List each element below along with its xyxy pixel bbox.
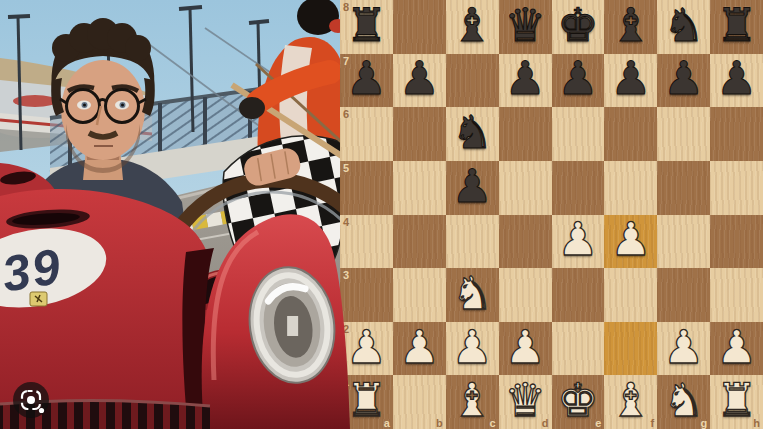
white-king: ♚ — [557, 377, 598, 423]
square-e4[interactable]: ♟ — [552, 215, 605, 269]
white-rook: ♜ — [346, 377, 387, 423]
square-c5[interactable]: ♟ — [446, 161, 499, 215]
white-knight: ♞ — [452, 270, 493, 316]
white-pawn: ♟ — [663, 324, 704, 370]
square-d2[interactable]: ♟ — [499, 322, 552, 376]
square-g7[interactable]: ♟ — [657, 54, 710, 108]
square-f1[interactable]: f♝ — [604, 375, 657, 429]
square-h6[interactable] — [710, 107, 763, 161]
square-d1[interactable]: d♛ — [499, 375, 552, 429]
white-knight: ♞ — [663, 377, 704, 423]
google-lens-icon[interactable] — [13, 382, 49, 418]
thumbnail-stage: 8♜♝♛♚♝♞♜7♟♟♟♟♟♟♟6♞5♟4♟♟3♞2♟♟♟♟♟♟1a♜bc♝d♛… — [0, 0, 763, 429]
square-b3[interactable] — [393, 268, 446, 322]
square-h4[interactable] — [710, 215, 763, 269]
square-b6[interactable] — [393, 107, 446, 161]
square-f7[interactable]: ♟ — [604, 54, 657, 108]
racecar-artwork: ET — [0, 0, 352, 429]
marshal-glove — [239, 97, 265, 119]
black-queen: ♛ — [504, 2, 545, 48]
white-pawn: ♟ — [557, 216, 598, 262]
square-d4[interactable] — [499, 215, 552, 269]
square-h3[interactable] — [710, 268, 763, 322]
square-c3[interactable]: ♞ — [446, 268, 499, 322]
square-h1[interactable]: h♜ — [710, 375, 763, 429]
square-c4[interactable] — [446, 215, 499, 269]
white-queen: ♛ — [504, 377, 545, 423]
square-g4[interactable] — [657, 215, 710, 269]
square-b8[interactable] — [393, 0, 446, 54]
square-g5[interactable] — [657, 161, 710, 215]
black-pawn: ♟ — [504, 55, 545, 101]
square-g1[interactable]: g♞ — [657, 375, 710, 429]
white-pawn: ♟ — [716, 324, 757, 370]
square-f8[interactable]: ♝ — [604, 0, 657, 54]
square-f2[interactable] — [604, 322, 657, 376]
square-g6[interactable] — [657, 107, 710, 161]
square-d7[interactable]: ♟ — [499, 54, 552, 108]
square-h8[interactable]: ♜ — [710, 0, 763, 54]
black-pawn: ♟ — [663, 55, 704, 101]
white-pawn: ♟ — [504, 324, 545, 370]
square-f6[interactable] — [604, 107, 657, 161]
white-pawn: ♟ — [399, 324, 440, 370]
file-label-b: b — [436, 417, 443, 429]
square-e6[interactable] — [552, 107, 605, 161]
black-rook: ♜ — [346, 2, 387, 48]
square-b7[interactable]: ♟ — [393, 54, 446, 108]
white-pawn: ♟ — [452, 324, 493, 370]
square-c1[interactable]: c♝ — [446, 375, 499, 429]
white-pawn: ♟ — [610, 216, 651, 262]
black-pawn: ♟ — [399, 55, 440, 101]
square-d3[interactable] — [499, 268, 552, 322]
square-e3[interactable] — [552, 268, 605, 322]
black-king: ♚ — [557, 2, 598, 48]
black-pawn: ♟ — [452, 163, 493, 209]
square-f3[interactable] — [604, 268, 657, 322]
white-bishop: ♝ — [610, 377, 651, 423]
black-pawn: ♟ — [557, 55, 598, 101]
square-g3[interactable] — [657, 268, 710, 322]
square-e8[interactable]: ♚ — [552, 0, 605, 54]
white-rook: ♜ — [716, 377, 757, 423]
black-bishop: ♝ — [610, 2, 651, 48]
square-d5[interactable] — [499, 161, 552, 215]
white-pawn: ♟ — [346, 324, 387, 370]
black-pawn: ♟ — [716, 55, 757, 101]
black-pawn: ♟ — [346, 55, 387, 101]
square-g8[interactable]: ♞ — [657, 0, 710, 54]
white-bishop: ♝ — [452, 377, 493, 423]
black-rook: ♜ — [716, 2, 757, 48]
black-pawn: ♟ — [610, 55, 651, 101]
square-e5[interactable] — [552, 161, 605, 215]
square-c2[interactable]: ♟ — [446, 322, 499, 376]
chess-board: 8♜♝♛♚♝♞♜7♟♟♟♟♟♟♟6♞5♟4♟♟3♞2♟♟♟♟♟♟1a♜bc♝d♛… — [340, 0, 763, 429]
square-b5[interactable] — [393, 161, 446, 215]
black-bishop: ♝ — [452, 2, 493, 48]
black-knight: ♞ — [452, 109, 493, 155]
square-b4[interactable] — [393, 215, 446, 269]
square-e7[interactable]: ♟ — [552, 54, 605, 108]
square-f4[interactable]: ♟ — [604, 215, 657, 269]
square-c8[interactable]: ♝ — [446, 0, 499, 54]
square-d6[interactable] — [499, 107, 552, 161]
square-e2[interactable] — [552, 322, 605, 376]
square-f5[interactable] — [604, 161, 657, 215]
square-d8[interactable]: ♛ — [499, 0, 552, 54]
square-b1[interactable]: b — [393, 375, 446, 429]
square-b2[interactable]: ♟ — [393, 322, 446, 376]
square-h5[interactable] — [710, 161, 763, 215]
black-knight: ♞ — [663, 2, 704, 48]
square-e1[interactable]: e♚ — [552, 375, 605, 429]
square-h2[interactable]: ♟ — [710, 322, 763, 376]
square-g2[interactable]: ♟ — [657, 322, 710, 376]
square-h7[interactable]: ♟ — [710, 54, 763, 108]
square-c7[interactable] — [446, 54, 499, 108]
square-c6[interactable]: ♞ — [446, 107, 499, 161]
